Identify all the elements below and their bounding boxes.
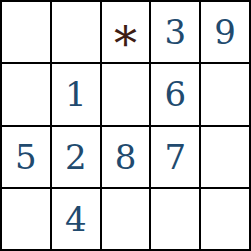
cell-number: 2	[65, 140, 87, 174]
cell-number: 4	[65, 202, 87, 236]
cell-r2c4[interactable]: 6	[151, 64, 199, 124]
cell-r1c4[interactable]: 3	[151, 2, 199, 62]
cell-r4c5[interactable]	[201, 189, 249, 249]
cell-r2c5[interactable]	[201, 64, 249, 124]
cell-r1c3[interactable]: *	[102, 2, 150, 62]
cell-r4c1[interactable]	[2, 189, 50, 249]
cell-r1c2[interactable]	[52, 2, 100, 62]
cell-r2c1[interactable]	[2, 64, 50, 124]
cell-r1c5[interactable]: 9	[201, 2, 249, 62]
cell-r3c2[interactable]: 2	[52, 127, 100, 187]
cell-r2c2[interactable]: 1	[52, 64, 100, 124]
cell-number: 6	[164, 77, 186, 111]
cell-r3c1[interactable]: 5	[2, 127, 50, 187]
cell-r3c3[interactable]: 8	[102, 127, 150, 187]
puzzle-board: *391652874	[0, 0, 251, 251]
cell-r3c5[interactable]	[201, 127, 249, 187]
cell-number: 3	[164, 15, 186, 49]
cell-r4c2[interactable]: 4	[52, 189, 100, 249]
cell-r4c3[interactable]	[102, 189, 150, 249]
cell-r3c4[interactable]: 7	[151, 127, 199, 187]
cell-r2c3[interactable]	[102, 64, 150, 124]
cell-number: 8	[115, 140, 137, 174]
cell-number: 1	[65, 77, 87, 111]
cell-number: 5	[15, 140, 37, 174]
cell-number: 9	[214, 15, 236, 49]
cell-r4c4[interactable]	[151, 189, 199, 249]
cell-number: 7	[164, 140, 186, 174]
cell-r1c1[interactable]	[2, 2, 50, 62]
star-glyph: *	[114, 21, 137, 62]
